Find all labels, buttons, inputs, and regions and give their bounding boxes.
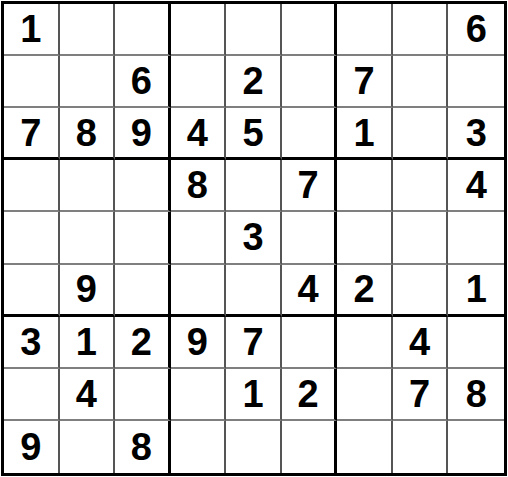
cell-r8c8[interactable]: 7 xyxy=(393,369,449,421)
cell-r4c1[interactable] xyxy=(4,160,60,212)
cell-r1c1[interactable]: 1 xyxy=(4,4,60,56)
cell-r6c4[interactable] xyxy=(171,265,227,317)
cell-r6c2[interactable]: 9 xyxy=(60,265,116,317)
cell-r7c1[interactable]: 3 xyxy=(4,317,60,369)
cell-r6c1[interactable] xyxy=(4,265,60,317)
cell-r2c5[interactable]: 2 xyxy=(226,56,282,108)
cell-r4c4[interactable]: 8 xyxy=(171,160,227,212)
cell-r3c1[interactable]: 7 xyxy=(4,108,60,160)
cell-r2c7[interactable]: 7 xyxy=(337,56,393,108)
cell-r9c8[interactable] xyxy=(393,421,449,473)
cell-r7c6[interactable] xyxy=(282,317,338,369)
cell-r9c1[interactable]: 9 xyxy=(4,421,60,473)
cell-r3c8[interactable] xyxy=(393,108,449,160)
cell-r2c4[interactable] xyxy=(171,56,227,108)
cell-r4c8[interactable] xyxy=(393,160,449,212)
cell-r5c8[interactable] xyxy=(393,212,449,264)
cell-r9c5[interactable] xyxy=(226,421,282,473)
cell-r2c3[interactable]: 6 xyxy=(115,56,171,108)
cell-r8c1[interactable] xyxy=(4,369,60,421)
cell-r5c2[interactable] xyxy=(60,212,116,264)
cell-r6c7[interactable]: 2 xyxy=(337,265,393,317)
cell-r9c6[interactable] xyxy=(282,421,338,473)
cell-r6c3[interactable] xyxy=(115,265,171,317)
cell-r3c5[interactable]: 5 xyxy=(226,108,282,160)
cell-r2c1[interactable] xyxy=(4,56,60,108)
cell-r7c4[interactable]: 9 xyxy=(171,317,227,369)
cell-r5c4[interactable] xyxy=(171,212,227,264)
cell-r4c3[interactable] xyxy=(115,160,171,212)
cell-r9c3[interactable]: 8 xyxy=(115,421,171,473)
cell-r4c7[interactable] xyxy=(337,160,393,212)
cell-r4c6[interactable]: 7 xyxy=(282,160,338,212)
cell-r6c8[interactable] xyxy=(393,265,449,317)
cell-r7c7[interactable] xyxy=(337,317,393,369)
cell-r7c9[interactable] xyxy=(448,317,504,369)
cell-r1c5[interactable] xyxy=(226,4,282,56)
cell-r8c5[interactable]: 1 xyxy=(226,369,282,421)
cell-r5c7[interactable] xyxy=(337,212,393,264)
sudoku-board: 166277894513874394213129744127898 xyxy=(1,1,507,476)
cell-r9c4[interactable] xyxy=(171,421,227,473)
cell-r1c7[interactable] xyxy=(337,4,393,56)
cell-r1c2[interactable] xyxy=(60,4,116,56)
cell-r3c4[interactable]: 4 xyxy=(171,108,227,160)
cell-r4c9[interactable]: 4 xyxy=(448,160,504,212)
cell-r9c2[interactable] xyxy=(60,421,116,473)
cell-r7c2[interactable]: 1 xyxy=(60,317,116,369)
cell-r3c2[interactable]: 8 xyxy=(60,108,116,160)
cell-r8c6[interactable]: 2 xyxy=(282,369,338,421)
cell-r4c2[interactable] xyxy=(60,160,116,212)
cell-r1c3[interactable] xyxy=(115,4,171,56)
cell-r2c9[interactable] xyxy=(448,56,504,108)
cell-r7c3[interactable]: 2 xyxy=(115,317,171,369)
cell-r6c6[interactable]: 4 xyxy=(282,265,338,317)
cell-r5c5[interactable]: 3 xyxy=(226,212,282,264)
cell-r5c3[interactable] xyxy=(115,212,171,264)
cell-r8c9[interactable]: 8 xyxy=(448,369,504,421)
sudoku-puzzle: 166277894513874394213129744127898 xyxy=(0,1,508,477)
cell-r1c6[interactable] xyxy=(282,4,338,56)
cell-r5c1[interactable] xyxy=(4,212,60,264)
cell-r8c4[interactable] xyxy=(171,369,227,421)
cell-r3c7[interactable]: 1 xyxy=(337,108,393,160)
cell-r3c6[interactable] xyxy=(282,108,338,160)
cell-r2c8[interactable] xyxy=(393,56,449,108)
cell-r8c3[interactable] xyxy=(115,369,171,421)
cell-r3c9[interactable]: 3 xyxy=(448,108,504,160)
cell-r8c2[interactable]: 4 xyxy=(60,369,116,421)
cell-r1c8[interactable] xyxy=(393,4,449,56)
cell-r9c7[interactable] xyxy=(337,421,393,473)
cell-r5c6[interactable] xyxy=(282,212,338,264)
cell-r2c2[interactable] xyxy=(60,56,116,108)
cell-r6c5[interactable] xyxy=(226,265,282,317)
cell-r6c9[interactable]: 1 xyxy=(448,265,504,317)
cell-r8c7[interactable] xyxy=(337,369,393,421)
cell-r1c4[interactable] xyxy=(171,4,227,56)
cell-r7c8[interactable]: 4 xyxy=(393,317,449,369)
cell-r7c5[interactable]: 7 xyxy=(226,317,282,369)
cell-r3c3[interactable]: 9 xyxy=(115,108,171,160)
cell-r9c9[interactable] xyxy=(448,421,504,473)
cell-r1c9[interactable]: 6 xyxy=(448,4,504,56)
cell-r5c9[interactable] xyxy=(448,212,504,264)
cell-r2c6[interactable] xyxy=(282,56,338,108)
cell-r4c5[interactable] xyxy=(226,160,282,212)
